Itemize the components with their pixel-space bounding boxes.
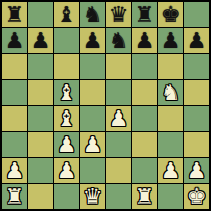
- square-a2[interactable]: ♟: [2, 158, 27, 183]
- square-c2[interactable]: ♟: [54, 158, 79, 183]
- square-b2[interactable]: [28, 158, 53, 183]
- square-e2[interactable]: [106, 158, 131, 183]
- square-e8[interactable]: ♛: [106, 2, 131, 27]
- black-pawn-b7[interactable]: ♟: [31, 28, 51, 53]
- black-queen-e8[interactable]: ♛: [109, 2, 129, 27]
- square-a1[interactable]: ♜: [2, 184, 27, 209]
- black-pawn-g7[interactable]: ♟: [161, 28, 181, 53]
- square-b3[interactable]: [28, 132, 53, 157]
- square-e6[interactable]: [106, 54, 131, 79]
- white-pawn-a2[interactable]: ♟: [5, 158, 25, 183]
- square-d5[interactable]: [80, 80, 105, 105]
- square-b5[interactable]: [28, 80, 53, 105]
- white-pawn-e4[interactable]: ♟: [109, 106, 129, 131]
- square-g3[interactable]: [158, 132, 183, 157]
- square-a3[interactable]: [2, 132, 27, 157]
- square-b6[interactable]: [28, 54, 53, 79]
- white-queen-d1[interactable]: ♛: [83, 184, 103, 209]
- square-d3[interactable]: ♟: [80, 132, 105, 157]
- square-g4[interactable]: [158, 106, 183, 131]
- square-b4[interactable]: [28, 106, 53, 131]
- square-a5[interactable]: [2, 80, 27, 105]
- square-e5[interactable]: [106, 80, 131, 105]
- square-b8[interactable]: [28, 2, 53, 27]
- square-b7[interactable]: ♟: [28, 28, 53, 53]
- square-f8[interactable]: ♜: [132, 2, 157, 27]
- square-h3[interactable]: [184, 132, 209, 157]
- square-e4[interactable]: ♟: [106, 106, 131, 131]
- black-pawn-f7[interactable]: ♟: [135, 28, 155, 53]
- square-h5[interactable]: [184, 80, 209, 105]
- square-a7[interactable]: ♟: [2, 28, 27, 53]
- square-g6[interactable]: [158, 54, 183, 79]
- white-pawn-d3[interactable]: ♟: [83, 132, 103, 157]
- white-pawn-c2[interactable]: ♟: [57, 158, 77, 183]
- square-e1[interactable]: [106, 184, 131, 209]
- square-f2[interactable]: [132, 158, 157, 183]
- white-rook-a1[interactable]: ♜: [5, 184, 25, 209]
- square-h8[interactable]: [184, 2, 209, 27]
- square-a8[interactable]: ♜: [2, 2, 27, 27]
- square-g8[interactable]: ♚: [158, 2, 183, 27]
- square-h2[interactable]: ♟: [184, 158, 209, 183]
- board-wrap: ♜♝♞♛♜♚♟♟♟♞♟♟♟♝♞♝♟♟♟♟♟♟♟♜♛♜♚: [0, 0, 211, 211]
- black-pawn-h7[interactable]: ♟: [187, 28, 207, 53]
- square-h6[interactable]: [184, 54, 209, 79]
- square-e3[interactable]: [106, 132, 131, 157]
- white-pawn-h2[interactable]: ♟: [187, 158, 207, 183]
- square-h7[interactable]: ♟: [184, 28, 209, 53]
- square-b1[interactable]: [28, 184, 53, 209]
- square-c5[interactable]: ♝: [54, 80, 79, 105]
- black-rook-f8[interactable]: ♜: [135, 2, 155, 27]
- square-g5[interactable]: ♞: [158, 80, 183, 105]
- white-pawn-c3[interactable]: ♟: [57, 132, 77, 157]
- square-d8[interactable]: ♞: [80, 2, 105, 27]
- black-knight-e7[interactable]: ♞: [109, 28, 129, 53]
- square-c3[interactable]: ♟: [54, 132, 79, 157]
- square-f6[interactable]: [132, 54, 157, 79]
- square-h1[interactable]: ♚: [184, 184, 209, 209]
- chess-board: ♜♝♞♛♜♚♟♟♟♞♟♟♟♝♞♝♟♟♟♟♟♟♟♜♛♜♚: [0, 0, 211, 211]
- white-king-h1[interactable]: ♚: [187, 184, 207, 209]
- black-pawn-a7[interactable]: ♟: [5, 28, 25, 53]
- square-a6[interactable]: [2, 54, 27, 79]
- square-f7[interactable]: ♟: [132, 28, 157, 53]
- square-c8[interactable]: ♝: [54, 2, 79, 27]
- white-knight-g5[interactable]: ♞: [161, 80, 181, 105]
- square-f1[interactable]: ♜: [132, 184, 157, 209]
- square-c1[interactable]: [54, 184, 79, 209]
- square-f3[interactable]: [132, 132, 157, 157]
- black-bishop-c8[interactable]: ♝: [57, 2, 77, 27]
- square-g7[interactable]: ♟: [158, 28, 183, 53]
- square-d6[interactable]: [80, 54, 105, 79]
- black-knight-d8[interactable]: ♞: [83, 2, 103, 27]
- black-king-g8[interactable]: ♚: [161, 2, 181, 27]
- black-rook-a8[interactable]: ♜: [5, 2, 25, 27]
- square-c7[interactable]: [54, 28, 79, 53]
- square-f4[interactable]: [132, 106, 157, 131]
- square-d4[interactable]: [80, 106, 105, 131]
- square-d2[interactable]: [80, 158, 105, 183]
- white-bishop-c5[interactable]: ♝: [57, 80, 77, 105]
- square-g2[interactable]: ♟: [158, 158, 183, 183]
- square-e7[interactable]: ♞: [106, 28, 131, 53]
- square-a4[interactable]: [2, 106, 27, 131]
- square-c6[interactable]: [54, 54, 79, 79]
- white-pawn-g2[interactable]: ♟: [161, 158, 181, 183]
- black-pawn-d7[interactable]: ♟: [83, 28, 103, 53]
- square-d1[interactable]: ♛: [80, 184, 105, 209]
- white-bishop-c4[interactable]: ♝: [57, 106, 77, 131]
- square-f5[interactable]: [132, 80, 157, 105]
- square-d7[interactable]: ♟: [80, 28, 105, 53]
- square-g1[interactable]: [158, 184, 183, 209]
- square-h4[interactable]: [184, 106, 209, 131]
- square-c4[interactable]: ♝: [54, 106, 79, 131]
- white-rook-f1[interactable]: ♜: [135, 184, 155, 209]
